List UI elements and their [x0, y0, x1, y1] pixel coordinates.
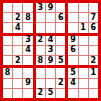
sudoku-box-3: 716	[68, 3, 98, 33]
cell-r4c5: 4	[46, 36, 55, 45]
cell-r5c4[interactable]	[36, 46, 45, 55]
cell-r1c6[interactable]	[56, 3, 65, 12]
cell-r8c5[interactable]	[46, 79, 55, 88]
sudoku-box-4: 342	[3, 36, 33, 66]
cell-r1c8[interactable]	[79, 3, 88, 12]
cell-r4c6[interactable]	[56, 36, 65, 45]
sudoku-board: 28439671634224389596289225514	[0, 0, 101, 101]
cell-r2c5[interactable]	[46, 13, 55, 22]
cell-r8c8[interactable]	[79, 79, 88, 88]
cell-r6c1[interactable]	[3, 56, 12, 65]
cell-r3c4[interactable]	[36, 23, 45, 32]
cell-r2c2: 2	[13, 13, 22, 22]
cell-r7c8[interactable]	[79, 68, 88, 77]
cell-r3c9: 6	[89, 23, 98, 32]
cell-r5c2[interactable]	[13, 46, 22, 55]
cell-r2c9: 7	[89, 13, 98, 22]
cell-r6c2: 2	[13, 56, 22, 65]
cell-r8c4[interactable]	[36, 79, 45, 88]
cell-r9c4: 2	[36, 89, 45, 98]
cell-r2c7[interactable]	[68, 13, 77, 22]
cell-r9c3[interactable]	[23, 89, 32, 98]
cell-r7c7: 5	[68, 68, 77, 77]
cell-r8c3: 9	[23, 79, 32, 88]
cell-r4c3: 3	[23, 36, 32, 45]
cell-r9c6[interactable]	[56, 89, 65, 98]
sudoku-box-2: 396	[36, 3, 66, 33]
cell-r1c1[interactable]	[3, 3, 12, 12]
cell-r3c6[interactable]	[56, 23, 65, 32]
cell-r8c9[interactable]	[89, 79, 98, 88]
cell-r1c5: 9	[46, 3, 55, 12]
cell-r9c8[interactable]	[79, 89, 88, 98]
cell-r3c7[interactable]	[68, 23, 77, 32]
sudoku-box-5: 243895	[36, 36, 66, 66]
cell-r6c6: 5	[56, 56, 65, 65]
cell-r4c4: 2	[36, 36, 45, 45]
cell-r2c3: 8	[23, 13, 32, 22]
cell-r7c5[interactable]	[46, 68, 55, 77]
cell-r4c2[interactable]	[13, 36, 22, 45]
cell-r6c7[interactable]	[68, 56, 77, 65]
cell-r7c1: 8	[3, 68, 12, 77]
cell-r5c9[interactable]	[89, 46, 98, 55]
cell-r3c3[interactable]	[23, 23, 32, 32]
cell-r1c2[interactable]	[13, 3, 22, 12]
cell-r5c8[interactable]	[79, 46, 88, 55]
cell-r2c1[interactable]	[3, 13, 12, 22]
cell-r9c5: 5	[46, 89, 55, 98]
cell-r9c2[interactable]	[13, 89, 22, 98]
cell-r6c9: 2	[89, 56, 98, 65]
cell-r5c5: 3	[46, 46, 55, 55]
cell-r1c9[interactable]	[89, 3, 98, 12]
cell-r2c8[interactable]	[79, 13, 88, 22]
sudoku-box-9: 514	[68, 68, 98, 98]
sudoku-box-7: 89	[3, 68, 33, 98]
cell-r3c2: 4	[13, 23, 22, 32]
cell-r1c7[interactable]	[68, 3, 77, 12]
cell-r7c3[interactable]	[23, 68, 32, 77]
cell-r4c9[interactable]	[89, 36, 98, 45]
cell-r3c1[interactable]	[3, 23, 12, 32]
cell-r2c4[interactable]	[36, 13, 45, 22]
cell-r5c6[interactable]	[56, 46, 65, 55]
cell-r6c3[interactable]	[23, 56, 32, 65]
cell-r6c4: 8	[36, 56, 45, 65]
cell-r8c2[interactable]	[13, 79, 22, 88]
cell-r9c9	[89, 89, 98, 98]
cell-r3c5[interactable]	[46, 23, 55, 32]
cell-r2c6: 6	[56, 13, 65, 22]
cell-r1c4: 3	[36, 3, 45, 12]
cell-r7c9: 1	[89, 68, 98, 77]
cell-r4c8[interactable]	[79, 36, 88, 45]
sudoku-box-6: 962	[68, 36, 98, 66]
cell-r6c5: 9	[46, 56, 55, 65]
cell-r9c1[interactable]	[3, 89, 12, 98]
cell-r6c8[interactable]	[79, 56, 88, 65]
cell-r7c2[interactable]	[13, 68, 22, 77]
cell-r7c4[interactable]	[36, 68, 45, 77]
cell-r4c1[interactable]	[3, 36, 12, 45]
sudoku-box-8: 225	[36, 68, 66, 98]
cell-r5c1[interactable]	[3, 46, 12, 55]
cell-r8c1[interactable]	[3, 79, 12, 88]
cell-r1c3[interactable]	[23, 3, 32, 12]
cell-r5c3: 4	[23, 46, 32, 55]
cell-r4c7: 9	[68, 36, 77, 45]
cell-r8c6: 2	[56, 79, 65, 88]
cell-r7c6[interactable]	[56, 68, 65, 77]
cell-r9c7[interactable]	[68, 89, 77, 98]
sudoku-box-1: 284	[3, 3, 33, 33]
cell-r3c8: 1	[79, 23, 88, 32]
cell-r8c7: 4	[68, 79, 77, 88]
cell-r5c7: 6	[68, 46, 77, 55]
